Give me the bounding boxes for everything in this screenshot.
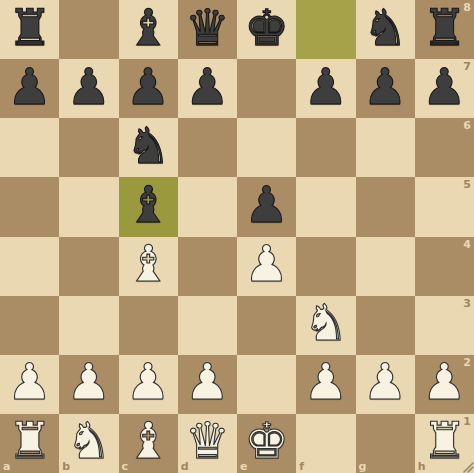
piece-black-pawn-f7[interactable]: ♟	[303, 62, 348, 112]
piece-black-knight-c6[interactable]: ♞	[126, 121, 171, 171]
board-resize-grip-icon[interactable]	[461, 460, 474, 473]
square-b3[interactable]	[59, 296, 118, 355]
square-a8[interactable]: ♜	[0, 0, 59, 59]
piece-black-king-e8[interactable]: ♚	[244, 3, 289, 53]
square-h8[interactable]: 8♜	[415, 0, 474, 59]
square-g5[interactable]	[356, 177, 415, 236]
square-d5[interactable]	[178, 177, 237, 236]
piece-white-rook-h1[interactable]: ♜	[422, 416, 467, 466]
square-a1[interactable]: a♜	[0, 414, 59, 473]
square-a3[interactable]	[0, 296, 59, 355]
square-h6[interactable]: 6	[415, 118, 474, 177]
piece-white-rook-a1[interactable]: ♜	[7, 416, 52, 466]
piece-black-pawn-e5[interactable]: ♟	[244, 180, 289, 230]
square-d6[interactable]	[178, 118, 237, 177]
piece-white-pawn-e4[interactable]: ♟	[244, 239, 289, 289]
square-e1[interactable]: e♚	[237, 414, 296, 473]
square-e3[interactable]	[237, 296, 296, 355]
coord-rank-5: 5	[463, 179, 471, 190]
piece-black-bishop-c5[interactable]: ♝	[126, 180, 171, 230]
piece-black-pawn-b7[interactable]: ♟	[66, 62, 111, 112]
chess-board: ♜♝♛♚♞8♜♟♟♟♟♟♟7♟♞6♝♟5♝♟4♞3♟♟♟♟♟♟2♟a♜b♞c♝d…	[0, 0, 474, 473]
piece-white-pawn-d2[interactable]: ♟	[185, 357, 230, 407]
square-c6[interactable]: ♞	[119, 118, 178, 177]
square-c8[interactable]: ♝	[119, 0, 178, 59]
square-d4[interactable]	[178, 237, 237, 296]
square-a2[interactable]: ♟	[0, 355, 59, 414]
square-c1[interactable]: c♝	[119, 414, 178, 473]
square-h4[interactable]: 4	[415, 237, 474, 296]
coord-file-g: g	[359, 461, 367, 472]
square-e2[interactable]	[237, 355, 296, 414]
square-b6[interactable]	[59, 118, 118, 177]
square-g7[interactable]: ♟	[356, 59, 415, 118]
square-b1[interactable]: b♞	[59, 414, 118, 473]
square-d7[interactable]: ♟	[178, 59, 237, 118]
coord-file-f: f	[299, 461, 304, 472]
piece-black-knight-g8[interactable]: ♞	[363, 3, 408, 53]
square-g4[interactable]	[356, 237, 415, 296]
square-b7[interactable]: ♟	[59, 59, 118, 118]
square-f5[interactable]	[296, 177, 355, 236]
square-e6[interactable]	[237, 118, 296, 177]
square-h7[interactable]: 7♟	[415, 59, 474, 118]
square-a6[interactable]	[0, 118, 59, 177]
square-b4[interactable]	[59, 237, 118, 296]
coord-rank-6: 6	[463, 120, 471, 131]
square-e5[interactable]: ♟	[237, 177, 296, 236]
piece-black-pawn-c7[interactable]: ♟	[126, 62, 171, 112]
piece-white-queen-d1[interactable]: ♛	[185, 416, 230, 466]
square-b2[interactable]: ♟	[59, 355, 118, 414]
piece-black-bishop-c8[interactable]: ♝	[126, 3, 171, 53]
piece-white-knight-f3[interactable]: ♞	[303, 298, 348, 348]
square-g2[interactable]: ♟	[356, 355, 415, 414]
piece-black-pawn-g7[interactable]: ♟	[363, 62, 408, 112]
piece-white-knight-b1[interactable]: ♞	[66, 416, 111, 466]
square-h2[interactable]: 2♟	[415, 355, 474, 414]
square-g3[interactable]	[356, 296, 415, 355]
piece-white-pawn-a2[interactable]: ♟	[7, 357, 52, 407]
square-c4[interactable]: ♝	[119, 237, 178, 296]
square-h5[interactable]: 5	[415, 177, 474, 236]
square-f3[interactable]: ♞	[296, 296, 355, 355]
square-a5[interactable]	[0, 177, 59, 236]
square-h3[interactable]: 3	[415, 296, 474, 355]
square-f2[interactable]: ♟	[296, 355, 355, 414]
square-a4[interactable]	[0, 237, 59, 296]
piece-white-bishop-c1[interactable]: ♝	[126, 416, 171, 466]
square-e4[interactable]: ♟	[237, 237, 296, 296]
square-f8[interactable]	[296, 0, 355, 59]
square-f1[interactable]: f	[296, 414, 355, 473]
coord-rank-4: 4	[463, 239, 471, 250]
square-g6[interactable]	[356, 118, 415, 177]
square-d3[interactable]	[178, 296, 237, 355]
square-b8[interactable]	[59, 0, 118, 59]
square-c2[interactable]: ♟	[119, 355, 178, 414]
coord-rank-3: 3	[463, 298, 471, 309]
square-f6[interactable]	[296, 118, 355, 177]
square-e7[interactable]	[237, 59, 296, 118]
piece-white-pawn-f2[interactable]: ♟	[303, 357, 348, 407]
square-g8[interactable]: ♞	[356, 0, 415, 59]
square-c3[interactable]	[119, 296, 178, 355]
square-f7[interactable]: ♟	[296, 59, 355, 118]
piece-black-pawn-d7[interactable]: ♟	[185, 62, 230, 112]
piece-black-queen-d8[interactable]: ♛	[185, 3, 230, 53]
square-d1[interactable]: d♛	[178, 414, 237, 473]
piece-black-rook-h8[interactable]: ♜	[422, 3, 467, 53]
piece-white-pawn-g2[interactable]: ♟	[363, 357, 408, 407]
square-e8[interactable]: ♚	[237, 0, 296, 59]
square-c5[interactable]: ♝	[119, 177, 178, 236]
piece-white-pawn-b2[interactable]: ♟	[66, 357, 111, 407]
square-c7[interactable]: ♟	[119, 59, 178, 118]
piece-black-pawn-a7[interactable]: ♟	[7, 62, 52, 112]
piece-white-pawn-h2[interactable]: ♟	[422, 357, 467, 407]
square-d2[interactable]: ♟	[178, 355, 237, 414]
piece-white-pawn-c2[interactable]: ♟	[126, 357, 171, 407]
piece-white-king-e1[interactable]: ♚	[244, 416, 289, 466]
piece-black-rook-a8[interactable]: ♜	[7, 3, 52, 53]
square-g1[interactable]: g	[356, 414, 415, 473]
square-f4[interactable]	[296, 237, 355, 296]
square-d8[interactable]: ♛	[178, 0, 237, 59]
piece-black-pawn-h7[interactable]: ♟	[422, 62, 467, 112]
piece-white-bishop-c4[interactable]: ♝	[126, 239, 171, 289]
square-a7[interactable]: ♟	[0, 59, 59, 118]
square-b5[interactable]	[59, 177, 118, 236]
